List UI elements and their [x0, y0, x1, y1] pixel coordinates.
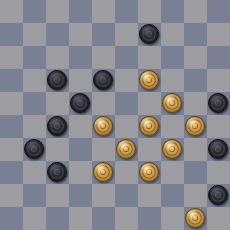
square-dark[interactable]: [207, 138, 230, 161]
square-dark[interactable]: [207, 184, 230, 207]
square-light: [161, 23, 184, 46]
square-dark[interactable]: [23, 46, 46, 69]
square-dark[interactable]: [0, 115, 23, 138]
square-light: [138, 46, 161, 69]
square-light: [23, 69, 46, 92]
checkers-board: [0, 0, 230, 230]
square-light: [138, 138, 161, 161]
square-dark[interactable]: [46, 161, 69, 184]
square-light: [46, 46, 69, 69]
square-dark[interactable]: [184, 115, 207, 138]
square-dark[interactable]: [0, 207, 23, 230]
piece-black-man[interactable]: [93, 70, 113, 90]
square-dark[interactable]: [92, 161, 115, 184]
square-dark[interactable]: [23, 0, 46, 23]
square-light: [23, 23, 46, 46]
piece-white-man[interactable]: [139, 162, 159, 182]
piece-white-man[interactable]: [162, 93, 182, 113]
square-dark[interactable]: [46, 69, 69, 92]
square-dark[interactable]: [92, 207, 115, 230]
square-light: [92, 138, 115, 161]
square-dark[interactable]: [92, 69, 115, 92]
square-light: [0, 138, 23, 161]
square-light: [46, 0, 69, 23]
square-dark[interactable]: [115, 92, 138, 115]
square-dark[interactable]: [69, 0, 92, 23]
square-light: [161, 69, 184, 92]
square-dark[interactable]: [161, 184, 184, 207]
square-light: [0, 46, 23, 69]
piece-black-man[interactable]: [47, 70, 67, 90]
square-dark[interactable]: [184, 69, 207, 92]
square-dark[interactable]: [69, 46, 92, 69]
piece-black-man[interactable]: [70, 93, 90, 113]
square-dark[interactable]: [161, 92, 184, 115]
square-light: [184, 92, 207, 115]
square-light: [69, 23, 92, 46]
piece-white-man[interactable]: [139, 70, 159, 90]
square-dark[interactable]: [161, 0, 184, 23]
square-light: [23, 115, 46, 138]
square-dark[interactable]: [115, 138, 138, 161]
square-light: [115, 69, 138, 92]
square-light: [184, 0, 207, 23]
square-dark[interactable]: [69, 92, 92, 115]
square-light: [207, 161, 230, 184]
piece-white-man[interactable]: [93, 162, 113, 182]
square-dark[interactable]: [23, 138, 46, 161]
square-dark[interactable]: [46, 115, 69, 138]
piece-white-man[interactable]: [162, 139, 182, 159]
square-light: [138, 184, 161, 207]
square-light: [92, 0, 115, 23]
square-light: [138, 92, 161, 115]
piece-black-man[interactable]: [24, 139, 44, 159]
square-light: [69, 69, 92, 92]
square-dark[interactable]: [207, 92, 230, 115]
square-light: [161, 115, 184, 138]
piece-black-man[interactable]: [208, 185, 228, 205]
square-light: [207, 69, 230, 92]
square-light: [184, 184, 207, 207]
square-dark[interactable]: [184, 23, 207, 46]
piece-black-man[interactable]: [139, 24, 159, 44]
square-light: [207, 207, 230, 230]
piece-white-man[interactable]: [185, 208, 205, 228]
square-light: [69, 161, 92, 184]
square-dark[interactable]: [138, 69, 161, 92]
square-light: [92, 184, 115, 207]
square-dark[interactable]: [138, 23, 161, 46]
square-dark[interactable]: [184, 161, 207, 184]
square-dark[interactable]: [115, 46, 138, 69]
square-dark[interactable]: [138, 161, 161, 184]
square-dark[interactable]: [46, 207, 69, 230]
piece-black-man[interactable]: [47, 162, 67, 182]
piece-white-man[interactable]: [139, 116, 159, 136]
square-light: [69, 115, 92, 138]
square-light: [46, 92, 69, 115]
square-dark[interactable]: [115, 184, 138, 207]
square-dark[interactable]: [207, 0, 230, 23]
square-light: [69, 207, 92, 230]
square-dark[interactable]: [23, 92, 46, 115]
square-light: [0, 92, 23, 115]
square-dark[interactable]: [92, 23, 115, 46]
square-dark[interactable]: [115, 0, 138, 23]
square-light: [92, 46, 115, 69]
square-dark[interactable]: [184, 207, 207, 230]
square-light: [23, 161, 46, 184]
square-light: [46, 138, 69, 161]
square-light: [46, 184, 69, 207]
square-dark[interactable]: [69, 138, 92, 161]
square-dark[interactable]: [138, 115, 161, 138]
square-dark[interactable]: [23, 184, 46, 207]
square-light: [115, 207, 138, 230]
square-dark[interactable]: [138, 207, 161, 230]
piece-white-man[interactable]: [116, 139, 136, 159]
square-dark[interactable]: [69, 184, 92, 207]
square-light: [184, 46, 207, 69]
square-light: [138, 0, 161, 23]
square-dark[interactable]: [0, 69, 23, 92]
square-dark[interactable]: [0, 23, 23, 46]
square-light: [207, 23, 230, 46]
piece-black-man[interactable]: [208, 93, 228, 113]
square-light: [161, 161, 184, 184]
square-light: [115, 161, 138, 184]
square-light: [0, 0, 23, 23]
piece-black-man[interactable]: [47, 116, 67, 136]
square-dark[interactable]: [0, 161, 23, 184]
square-dark[interactable]: [161, 46, 184, 69]
piece-white-man[interactable]: [185, 116, 205, 136]
square-light: [0, 184, 23, 207]
square-light: [115, 115, 138, 138]
square-light: [161, 207, 184, 230]
square-light: [23, 207, 46, 230]
square-light: [207, 115, 230, 138]
square-light: [115, 23, 138, 46]
piece-black-man[interactable]: [208, 139, 228, 159]
square-dark[interactable]: [161, 138, 184, 161]
square-dark[interactable]: [46, 23, 69, 46]
piece-white-man[interactable]: [93, 116, 113, 136]
square-dark[interactable]: [92, 115, 115, 138]
square-light: [184, 138, 207, 161]
square-dark[interactable]: [207, 46, 230, 69]
square-light: [92, 92, 115, 115]
